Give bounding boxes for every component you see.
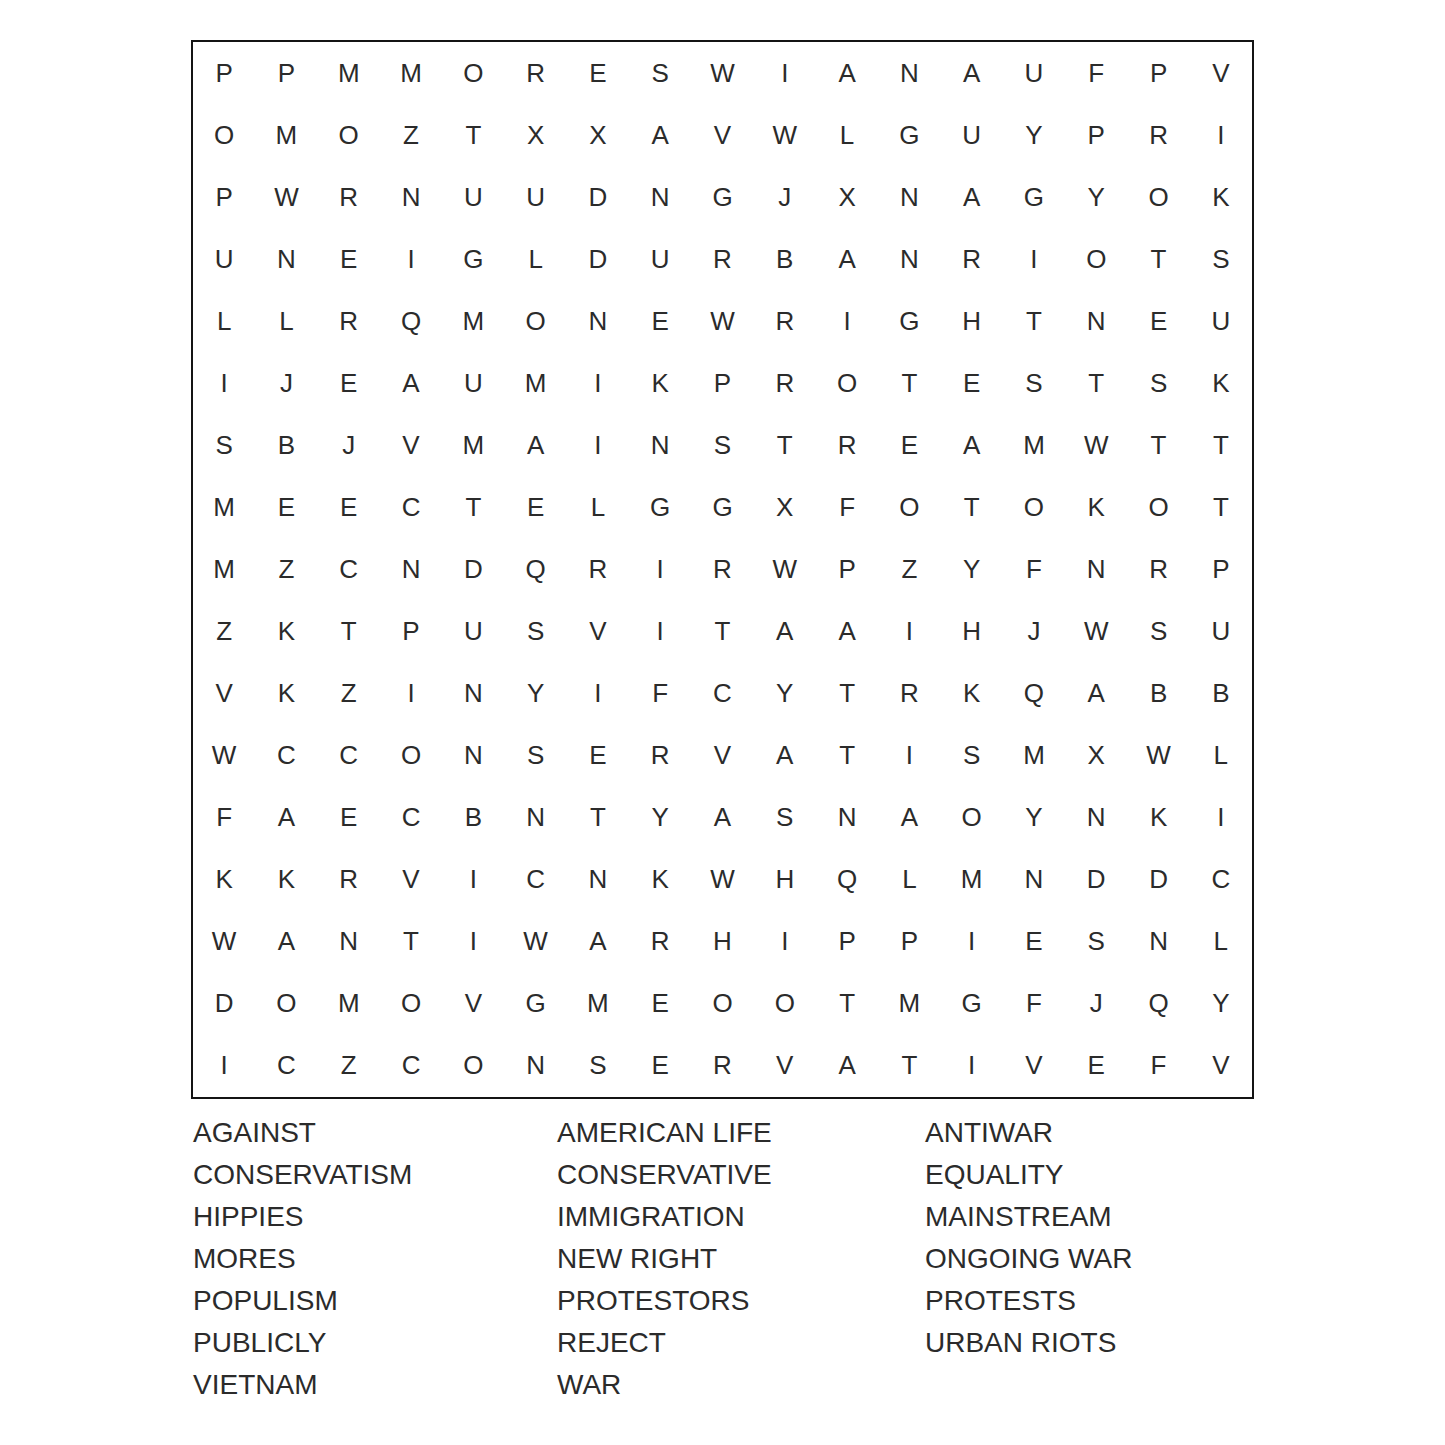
grid-cell-r16c9[interactable]: O	[691, 973, 753, 1035]
grid-cell-r9c9[interactable]: R	[691, 538, 753, 600]
grid-cell-r7c9[interactable]: S	[691, 414, 753, 476]
grid-cell-r2c11[interactable]: L	[816, 104, 878, 166]
grid-cell-r10c16[interactable]: S	[1127, 601, 1189, 663]
grid-cell-r14c13[interactable]: M	[941, 849, 1003, 911]
grid-cell-r1c5[interactable]: O	[442, 42, 504, 104]
grid-cell-r8c6[interactable]: E	[504, 476, 566, 538]
grid-cell-r13c13[interactable]: O	[941, 787, 1003, 849]
grid-cell-r11c11[interactable]: T	[816, 663, 878, 725]
grid-cell-r13c4[interactable]: C	[380, 787, 442, 849]
grid-cell-r4c13[interactable]: R	[941, 228, 1003, 290]
grid-cell-r3c1[interactable]: P	[193, 166, 255, 228]
grid-cell-r7c2[interactable]: B	[255, 414, 317, 476]
grid-cell-r5c13[interactable]: H	[941, 290, 1003, 352]
grid-cell-r15c6[interactable]: W	[504, 911, 566, 973]
grid-cell-r6c2[interactable]: J	[255, 352, 317, 414]
grid-cell-r4c17[interactable]: S	[1190, 228, 1252, 290]
grid-cell-r16c13[interactable]: G	[941, 973, 1003, 1035]
grid-cell-r2c5[interactable]: T	[442, 104, 504, 166]
grid-cell-r12c17[interactable]: L	[1190, 725, 1252, 787]
grid-cell-r6c7[interactable]: I	[567, 352, 629, 414]
grid-cell-r9c12[interactable]: Z	[878, 538, 940, 600]
grid-cell-r15c1[interactable]: W	[193, 911, 255, 973]
grid-cell-r12c16[interactable]: W	[1127, 725, 1189, 787]
grid-cell-r3c3[interactable]: R	[318, 166, 380, 228]
grid-cell-r9c1[interactable]: M	[193, 538, 255, 600]
grid-cell-r16c5[interactable]: V	[442, 973, 504, 1035]
grid-cell-r11c9[interactable]: C	[691, 663, 753, 725]
grid-cell-r14c12[interactable]: L	[878, 849, 940, 911]
grid-cell-r4c3[interactable]: E	[318, 228, 380, 290]
word-item: WAR	[557, 1364, 921, 1406]
grid-cell-r15c4[interactable]: T	[380, 911, 442, 973]
grid-cell-r11c2[interactable]: K	[255, 663, 317, 725]
grid-cell-r15c14[interactable]: E	[1003, 911, 1065, 973]
grid-cell-r14c9[interactable]: W	[691, 849, 753, 911]
grid-cell-r4c11[interactable]: A	[816, 228, 878, 290]
grid-cell-r4c14[interactable]: I	[1003, 228, 1065, 290]
grid-cell-r7c15[interactable]: W	[1065, 414, 1127, 476]
grid-cell-r7c1[interactable]: S	[193, 414, 255, 476]
grid-cell-r10c9[interactable]: T	[691, 601, 753, 663]
grid-cell-r1c11[interactable]: A	[816, 42, 878, 104]
grid-cell-r11c6[interactable]: Y	[504, 663, 566, 725]
grid-cell-r13c6[interactable]: N	[504, 787, 566, 849]
grid-cell-r2c14[interactable]: Y	[1003, 104, 1065, 166]
grid-cell-r17c13[interactable]: I	[941, 1035, 1003, 1097]
grid-cell-r11c4[interactable]: I	[380, 663, 442, 725]
grid-cell-r15c5[interactable]: I	[442, 911, 504, 973]
grid-cell-r2c10[interactable]: W	[754, 104, 816, 166]
grid-cell-r5c11[interactable]: I	[816, 290, 878, 352]
grid-cell-r17c3[interactable]: Z	[318, 1035, 380, 1097]
grid-cell-r2c15[interactable]: P	[1065, 104, 1127, 166]
grid-cell-r17c17[interactable]: V	[1190, 1035, 1252, 1097]
grid-cell-r9c13[interactable]: Y	[941, 538, 1003, 600]
grid-cell-r12c11[interactable]: T	[816, 725, 878, 787]
grid-cell-r17c4[interactable]: C	[380, 1035, 442, 1097]
grid-cell-r7c6[interactable]: A	[504, 414, 566, 476]
grid-cell-r12c4[interactable]: O	[380, 725, 442, 787]
grid-cell-r8c2[interactable]: E	[255, 476, 317, 538]
grid-cell-r6c5[interactable]: U	[442, 352, 504, 414]
grid-cell-r11c16[interactable]: B	[1127, 663, 1189, 725]
grid-cell-r14c7[interactable]: N	[567, 849, 629, 911]
grid-cell-r2c9[interactable]: V	[691, 104, 753, 166]
word-list-column-3: ANTIWAREQUALITYMAINSTREAMONGOING WARPROT…	[925, 1112, 1285, 1364]
grid-cell-r9c14[interactable]: F	[1003, 538, 1065, 600]
grid-cell-r13c7[interactable]: T	[567, 787, 629, 849]
grid-cell-r16c11[interactable]: T	[816, 973, 878, 1035]
grid-cell-r2c17[interactable]: I	[1190, 104, 1252, 166]
word-item: ANTIWAR	[925, 1112, 1285, 1154]
grid-cell-r5c2[interactable]: L	[255, 290, 317, 352]
grid-cell-r17c1[interactable]: I	[193, 1035, 255, 1097]
grid-cell-r9c17[interactable]: P	[1190, 538, 1252, 600]
grid-cell-r9c6[interactable]: Q	[504, 538, 566, 600]
grid-cell-r2c16[interactable]: R	[1127, 104, 1189, 166]
grid-cell-r13c3[interactable]: E	[318, 787, 380, 849]
grid-cell-r8c8[interactable]: G	[629, 476, 691, 538]
grid-cell-r6c1[interactable]: I	[193, 352, 255, 414]
grid-cell-r15c3[interactable]: N	[318, 911, 380, 973]
grid-cell-r2c7[interactable]: X	[567, 104, 629, 166]
grid-cell-r2c6[interactable]: X	[504, 104, 566, 166]
grid-cell-r13c16[interactable]: K	[1127, 787, 1189, 849]
grid-cell-r5c17[interactable]: U	[1190, 290, 1252, 352]
grid-cell-r16c1[interactable]: D	[193, 973, 255, 1035]
grid-cell-r6c9[interactable]: P	[691, 352, 753, 414]
grid-cell-r12c10[interactable]: A	[754, 725, 816, 787]
grid-cell-r3c9[interactable]: G	[691, 166, 753, 228]
grid-cell-r9c3[interactable]: C	[318, 538, 380, 600]
grid-cell-r8c9[interactable]: G	[691, 476, 753, 538]
word-item: AMERICAN LIFE	[557, 1112, 921, 1154]
grid-cell-r16c16[interactable]: Q	[1127, 973, 1189, 1035]
grid-cell-r9c4[interactable]: N	[380, 538, 442, 600]
grid-cell-r17c2[interactable]: C	[255, 1035, 317, 1097]
grid-cell-r4c15[interactable]: O	[1065, 228, 1127, 290]
grid-cell-r5c10[interactable]: R	[754, 290, 816, 352]
grid-cell-r16c8[interactable]: E	[629, 973, 691, 1035]
grid-cell-r16c3[interactable]: M	[318, 973, 380, 1035]
grid-cell-r3c4[interactable]: N	[380, 166, 442, 228]
grid-cell-r8c7[interactable]: L	[567, 476, 629, 538]
grid-cell-r10c17[interactable]: U	[1190, 601, 1252, 663]
grid-cell-r1c12[interactable]: N	[878, 42, 940, 104]
grid-cell-r8c12[interactable]: O	[878, 476, 940, 538]
grid-cell-r10c13[interactable]: H	[941, 601, 1003, 663]
grid-cell-r2c2[interactable]: M	[255, 104, 317, 166]
grid-cell-r15c16[interactable]: N	[1127, 911, 1189, 973]
grid-cell-r11c7[interactable]: I	[567, 663, 629, 725]
grid-cell-r13c9[interactable]: A	[691, 787, 753, 849]
grid-cell-r10c10[interactable]: A	[754, 601, 816, 663]
grid-cell-r5c12[interactable]: G	[878, 290, 940, 352]
grid-cell-r11c13[interactable]: K	[941, 663, 1003, 725]
grid-cell-r9c15[interactable]: N	[1065, 538, 1127, 600]
grid-cell-r1c4[interactable]: M	[380, 42, 442, 104]
grid-cell-r1c9[interactable]: W	[691, 42, 753, 104]
grid-cell-r1c13[interactable]: A	[941, 42, 1003, 104]
grid-cell-r7c11[interactable]: R	[816, 414, 878, 476]
grid-cell-r6c3[interactable]: E	[318, 352, 380, 414]
grid-cell-r7c12[interactable]: E	[878, 414, 940, 476]
grid-cell-r7c10[interactable]: T	[754, 414, 816, 476]
grid-cell-r7c5[interactable]: M	[442, 414, 504, 476]
grid-cell-r17c14[interactable]: V	[1003, 1035, 1065, 1097]
grid-cell-r3c11[interactable]: X	[816, 166, 878, 228]
grid-cell-r14c4[interactable]: V	[380, 849, 442, 911]
grid-cell-r5c4[interactable]: Q	[380, 290, 442, 352]
grid-cell-r17c16[interactable]: F	[1127, 1035, 1189, 1097]
grid-cell-r2c3[interactable]: O	[318, 104, 380, 166]
grid-cell-r11c15[interactable]: A	[1065, 663, 1127, 725]
grid-cell-r7c7[interactable]: I	[567, 414, 629, 476]
grid-cell-r3c17[interactable]: K	[1190, 166, 1252, 228]
grid-cell-r3c7[interactable]: D	[567, 166, 629, 228]
grid-cell-r10c7[interactable]: V	[567, 601, 629, 663]
grid-cell-r11c17[interactable]: B	[1190, 663, 1252, 725]
grid-cell-r9c5[interactable]: D	[442, 538, 504, 600]
grid-cell-r15c12[interactable]: P	[878, 911, 940, 973]
grid-cell-r7c17[interactable]: T	[1190, 414, 1252, 476]
grid-cell-r9c7[interactable]: R	[567, 538, 629, 600]
grid-cell-r4c1[interactable]: U	[193, 228, 255, 290]
grid-cell-r12c2[interactable]: C	[255, 725, 317, 787]
grid-cell-r8c15[interactable]: K	[1065, 476, 1127, 538]
grid-cell-r12c6[interactable]: S	[504, 725, 566, 787]
grid-cell-r16c12[interactable]: M	[878, 973, 940, 1035]
grid-cell-r12c15[interactable]: X	[1065, 725, 1127, 787]
grid-cell-r9c2[interactable]: Z	[255, 538, 317, 600]
grid-cell-r12c14[interactable]: M	[1003, 725, 1065, 787]
grid-cell-r15c8[interactable]: R	[629, 911, 691, 973]
grid-cell-r14c5[interactable]: I	[442, 849, 504, 911]
grid-cell-r6c12[interactable]: T	[878, 352, 940, 414]
grid-cell-r14c3[interactable]: R	[318, 849, 380, 911]
grid-cell-r1c8[interactable]: S	[629, 42, 691, 104]
grid-cell-r9c11[interactable]: P	[816, 538, 878, 600]
grid-cell-r11c8[interactable]: F	[629, 663, 691, 725]
grid-cell-r15c7[interactable]: A	[567, 911, 629, 973]
grid-cell-r17c11[interactable]: A	[816, 1035, 878, 1097]
grid-cell-r13c2[interactable]: A	[255, 787, 317, 849]
grid-cell-r17c7[interactable]: S	[567, 1035, 629, 1097]
grid-cell-r16c7[interactable]: M	[567, 973, 629, 1035]
grid-cell-r17c6[interactable]: N	[504, 1035, 566, 1097]
grid-cell-r16c15[interactable]: J	[1065, 973, 1127, 1035]
grid-cell-r12c12[interactable]: I	[878, 725, 940, 787]
grid-cell-r17c9[interactable]: R	[691, 1035, 753, 1097]
grid-cell-r6c17[interactable]: K	[1190, 352, 1252, 414]
grid-cell-r14c16[interactable]: D	[1127, 849, 1189, 911]
grid-cell-r14c17[interactable]: C	[1190, 849, 1252, 911]
grid-cell-r3c8[interactable]: N	[629, 166, 691, 228]
grid-cell-r13c10[interactable]: S	[754, 787, 816, 849]
grid-cell-r1c3[interactable]: M	[318, 42, 380, 104]
grid-cell-r8c1[interactable]: M	[193, 476, 255, 538]
grid-cell-r15c13[interactable]: I	[941, 911, 1003, 973]
grid-cell-r11c5[interactable]: N	[442, 663, 504, 725]
grid-cell-r12c8[interactable]: R	[629, 725, 691, 787]
grid-cell-r3c15[interactable]: Y	[1065, 166, 1127, 228]
grid-cell-r5c15[interactable]: N	[1065, 290, 1127, 352]
grid-cell-r3c10[interactable]: J	[754, 166, 816, 228]
grid-cell-r7c4[interactable]: V	[380, 414, 442, 476]
word-item: MAINSTREAM	[925, 1196, 1285, 1238]
grid-cell-r3c14[interactable]: G	[1003, 166, 1065, 228]
grid-cell-r15c9[interactable]: H	[691, 911, 753, 973]
grid-cell-r8c4[interactable]: C	[380, 476, 442, 538]
grid-cell-r14c15[interactable]: D	[1065, 849, 1127, 911]
grid-cell-r6c8[interactable]: K	[629, 352, 691, 414]
grid-cell-r9c16[interactable]: R	[1127, 538, 1189, 600]
grid-cell-r16c10[interactable]: O	[754, 973, 816, 1035]
grid-cell-r13c1[interactable]: F	[193, 787, 255, 849]
grid-cell-r1c15[interactable]: F	[1065, 42, 1127, 104]
grid-cell-r1c2[interactable]: P	[255, 42, 317, 104]
grid-cell-r11c1[interactable]: V	[193, 663, 255, 725]
grid-cell-r8c17[interactable]: T	[1190, 476, 1252, 538]
grid-cell-r8c3[interactable]: E	[318, 476, 380, 538]
grid-cell-r1c10[interactable]: I	[754, 42, 816, 104]
grid-cell-r15c15[interactable]: S	[1065, 911, 1127, 973]
grid-cell-r10c11[interactable]: A	[816, 601, 878, 663]
grid-cell-r10c5[interactable]: U	[442, 601, 504, 663]
grid-cell-r13c11[interactable]: N	[816, 787, 878, 849]
grid-cell-r10c3[interactable]: T	[318, 601, 380, 663]
grid-cell-r13c14[interactable]: Y	[1003, 787, 1065, 849]
grid-cell-r10c8[interactable]: I	[629, 601, 691, 663]
grid-cell-r6c14[interactable]: S	[1003, 352, 1065, 414]
word-item: PROTESTORS	[557, 1280, 921, 1322]
grid-cell-r7c14[interactable]: M	[1003, 414, 1065, 476]
grid-cell-r6c10[interactable]: R	[754, 352, 816, 414]
grid-cell-r10c4[interactable]: P	[380, 601, 442, 663]
grid-cell-r4c4[interactable]: I	[380, 228, 442, 290]
grid-cell-r3c12[interactable]: N	[878, 166, 940, 228]
grid-cell-r3c2[interactable]: W	[255, 166, 317, 228]
grid-cell-r14c11[interactable]: Q	[816, 849, 878, 911]
grid-cell-r10c6[interactable]: S	[504, 601, 566, 663]
grid-cell-r13c15[interactable]: N	[1065, 787, 1127, 849]
grid-cell-r4c8[interactable]: U	[629, 228, 691, 290]
grid-cell-r3c5[interactable]: U	[442, 166, 504, 228]
grid-cell-r4c10[interactable]: B	[754, 228, 816, 290]
grid-cell-r15c2[interactable]: A	[255, 911, 317, 973]
grid-cell-r12c1[interactable]: W	[193, 725, 255, 787]
grid-cell-r6c13[interactable]: E	[941, 352, 1003, 414]
grid-cell-r16c14[interactable]: F	[1003, 973, 1065, 1035]
grid-cell-r12c3[interactable]: C	[318, 725, 380, 787]
grid-cell-r8c10[interactable]: X	[754, 476, 816, 538]
grid-cell-r13c8[interactable]: Y	[629, 787, 691, 849]
grid-cell-r8c11[interactable]: F	[816, 476, 878, 538]
grid-cell-r8c5[interactable]: T	[442, 476, 504, 538]
grid-cell-r5c1[interactable]: L	[193, 290, 255, 352]
grid-cell-r1c17[interactable]: V	[1190, 42, 1252, 104]
grid-cell-r10c12[interactable]: I	[878, 601, 940, 663]
grid-cell-r6c11[interactable]: O	[816, 352, 878, 414]
grid-cell-r17c15[interactable]: E	[1065, 1035, 1127, 1097]
grid-cell-r14c1[interactable]: K	[193, 849, 255, 911]
grid-cell-r2c1[interactable]: O	[193, 104, 255, 166]
grid-cell-r5c9[interactable]: W	[691, 290, 753, 352]
word-search-grid[interactable]: PPMMORESWIANAUFPVOMOZTXXAVWLGUYPRIPWRNUU…	[191, 40, 1254, 1099]
grid-cell-r12c9[interactable]: V	[691, 725, 753, 787]
grid-cell-r4c9[interactable]: R	[691, 228, 753, 290]
grid-cell-r16c2[interactable]: O	[255, 973, 317, 1035]
grid-cell-r5c8[interactable]: E	[629, 290, 691, 352]
grid-cell-r2c4[interactable]: Z	[380, 104, 442, 166]
grid-cell-r14c2[interactable]: K	[255, 849, 317, 911]
grid-cell-r8c14[interactable]: O	[1003, 476, 1065, 538]
grid-cell-r5c16[interactable]: E	[1127, 290, 1189, 352]
grid-cell-r11c10[interactable]: Y	[754, 663, 816, 725]
grid-cell-r4c6[interactable]: L	[504, 228, 566, 290]
grid-cell-r7c16[interactable]: T	[1127, 414, 1189, 476]
grid-cell-r5c14[interactable]: T	[1003, 290, 1065, 352]
grid-cell-r1c14[interactable]: U	[1003, 42, 1065, 104]
grid-cell-r8c16[interactable]: O	[1127, 476, 1189, 538]
grid-cell-r5c5[interactable]: M	[442, 290, 504, 352]
grid-cell-r3c13[interactable]: A	[941, 166, 1003, 228]
grid-cell-r8c13[interactable]: T	[941, 476, 1003, 538]
grid-cell-r13c17[interactable]: I	[1190, 787, 1252, 849]
grid-cell-r11c14[interactable]: Q	[1003, 663, 1065, 725]
grid-cell-r10c15[interactable]: W	[1065, 601, 1127, 663]
grid-cell-r4c12[interactable]: N	[878, 228, 940, 290]
grid-cell-r13c12[interactable]: A	[878, 787, 940, 849]
grid-cell-r17c8[interactable]: E	[629, 1035, 691, 1097]
grid-cell-r12c7[interactable]: E	[567, 725, 629, 787]
grid-cell-r2c13[interactable]: U	[941, 104, 1003, 166]
grid-cell-r1c16[interactable]: P	[1127, 42, 1189, 104]
grid-cell-r9c8[interactable]: I	[629, 538, 691, 600]
grid-cell-r14c14[interactable]: N	[1003, 849, 1065, 911]
grid-cell-r3c16[interactable]: O	[1127, 166, 1189, 228]
grid-cell-r17c10[interactable]: V	[754, 1035, 816, 1097]
grid-cell-r4c7[interactable]: D	[567, 228, 629, 290]
grid-cell-r9c10[interactable]: W	[754, 538, 816, 600]
grid-cell-r16c4[interactable]: O	[380, 973, 442, 1035]
grid-cell-r12c13[interactable]: S	[941, 725, 1003, 787]
grid-cell-r14c8[interactable]: K	[629, 849, 691, 911]
grid-cell-r6c6[interactable]: M	[504, 352, 566, 414]
grid-cell-r10c2[interactable]: K	[255, 601, 317, 663]
grid-cell-r7c13[interactable]: A	[941, 414, 1003, 476]
word-item: POPULISM	[193, 1280, 553, 1322]
grid-cell-r2c8[interactable]: A	[629, 104, 691, 166]
grid-cell-r11c3[interactable]: Z	[318, 663, 380, 725]
grid-cell-r1c7[interactable]: E	[567, 42, 629, 104]
grid-cell-r5c3[interactable]: R	[318, 290, 380, 352]
word-item: AGAINST	[193, 1112, 553, 1154]
grid-cell-r17c5[interactable]: O	[442, 1035, 504, 1097]
word-item: CONSERVATISM	[193, 1154, 553, 1196]
grid-cell-r5c6[interactable]: O	[504, 290, 566, 352]
grid-cell-r14c10[interactable]: H	[754, 849, 816, 911]
grid-cell-r2c12[interactable]: G	[878, 104, 940, 166]
grid-cell-r6c4[interactable]: A	[380, 352, 442, 414]
grid-cell-r10c1[interactable]: Z	[193, 601, 255, 663]
grid-cell-r15c17[interactable]: L	[1190, 911, 1252, 973]
grid-cell-r15c11[interactable]: P	[816, 911, 878, 973]
grid-cell-r14c6[interactable]: C	[504, 849, 566, 911]
grid-cell-r12c5[interactable]: N	[442, 725, 504, 787]
grid-cell-r3c6[interactable]: U	[504, 166, 566, 228]
grid-cell-r7c8[interactable]: N	[629, 414, 691, 476]
grid-cell-r13c5[interactable]: B	[442, 787, 504, 849]
grid-cell-r16c6[interactable]: G	[504, 973, 566, 1035]
grid-cell-r15c10[interactable]: I	[754, 911, 816, 973]
grid-cell-r1c1[interactable]: P	[193, 42, 255, 104]
grid-cell-r4c16[interactable]: T	[1127, 228, 1189, 290]
grid-cell-r10c14[interactable]: J	[1003, 601, 1065, 663]
grid-cell-r4c2[interactable]: N	[255, 228, 317, 290]
word-item: CONSERVATIVE	[557, 1154, 921, 1196]
grid-cell-r6c16[interactable]: S	[1127, 352, 1189, 414]
grid-cell-r16c17[interactable]: Y	[1190, 973, 1252, 1035]
grid-cell-r11c12[interactable]: R	[878, 663, 940, 725]
grid-cell-r6c15[interactable]: T	[1065, 352, 1127, 414]
grid-cell-r4c5[interactable]: G	[442, 228, 504, 290]
grid-cell-r1c6[interactable]: R	[504, 42, 566, 104]
grid-cell-r7c3[interactable]: J	[318, 414, 380, 476]
grid-cell-r5c7[interactable]: N	[567, 290, 629, 352]
grid-cell-r17c12[interactable]: T	[878, 1035, 940, 1097]
